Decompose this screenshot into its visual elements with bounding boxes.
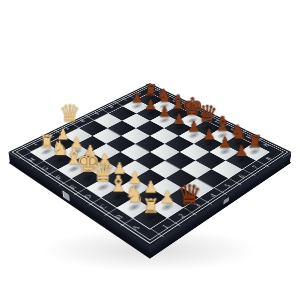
chess-board: HH11GG22FF33EE44DD55CC66BB77AA88♜♛♟♞♟♝♟♛… [9,83,292,246]
product-photo-scene: HH11GG22FF33EE44DD55CC66BB77AA88♜♛♟♞♟♝♟♛… [0,0,300,300]
folding-chess-box: HH11GG22FF33EE44DD55CC66BB77AA88♜♛♟♞♟♝♟♛… [9,83,292,246]
